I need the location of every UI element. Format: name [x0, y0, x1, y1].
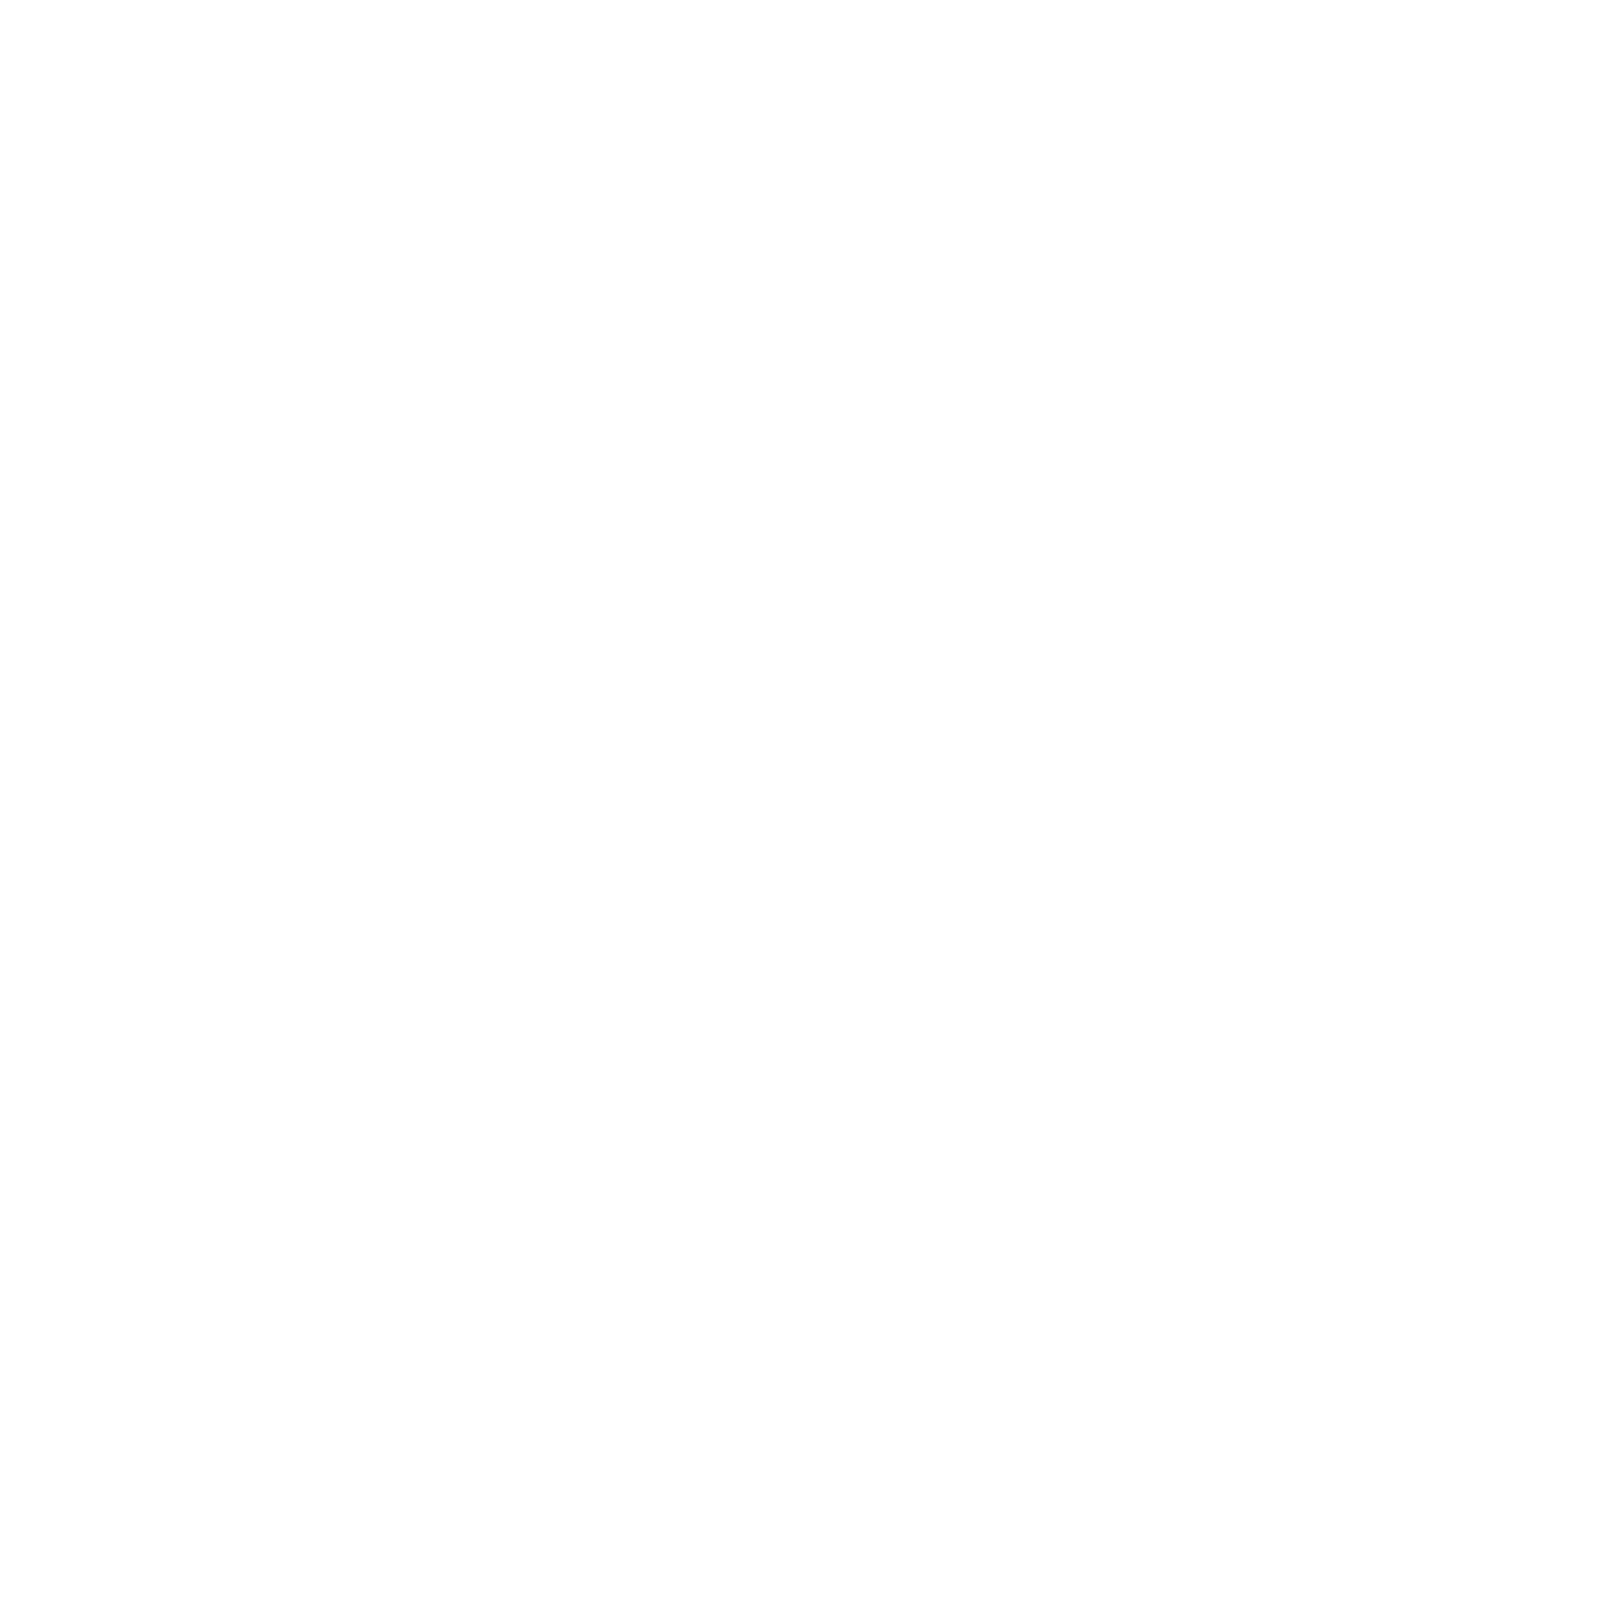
product-photo [0, 0, 1600, 1600]
